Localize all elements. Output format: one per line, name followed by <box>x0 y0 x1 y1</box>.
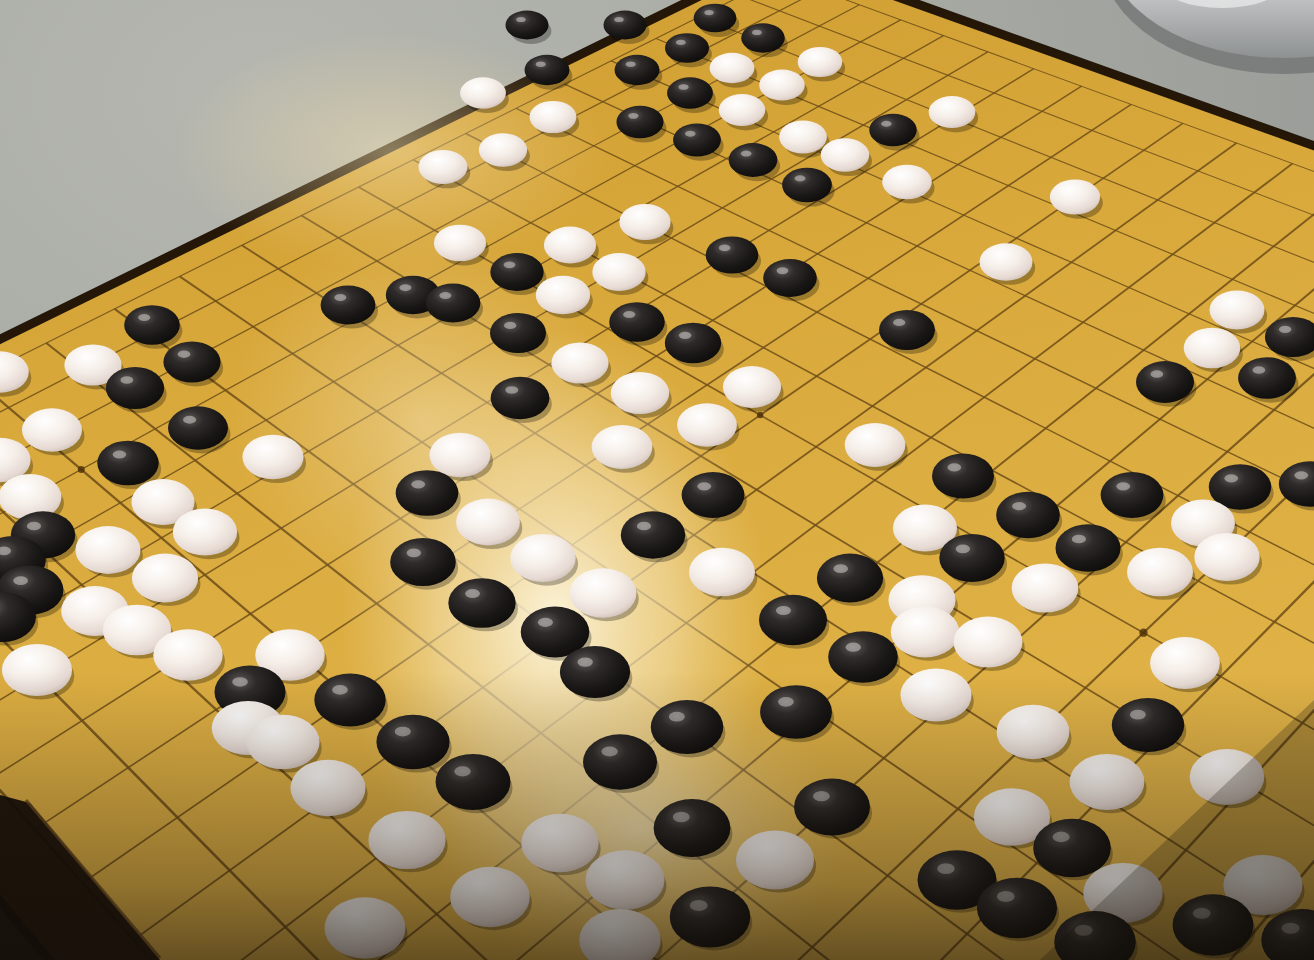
go-board-photo <box>0 0 1314 960</box>
photo-frame <box>0 0 1314 960</box>
bottom-vignette <box>0 0 1314 960</box>
shadows-and-rim <box>0 0 1314 960</box>
